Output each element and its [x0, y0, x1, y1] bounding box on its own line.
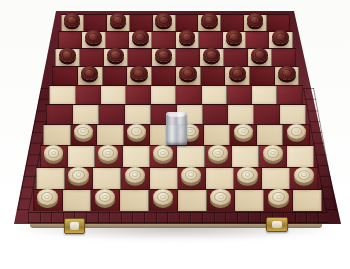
square-r9c3 [93, 168, 121, 189]
light-piece-r9c6 [181, 167, 201, 183]
square-r9c9 [262, 168, 290, 189]
square-r5c9 [252, 86, 277, 104]
square-r1c2 [84, 15, 107, 31]
square-r6c3 [99, 105, 125, 124]
square-r6c4 [125, 105, 151, 124]
square-r6c9 [254, 105, 280, 124]
square-r9c7 [206, 168, 234, 189]
dark-piece-r3c9 [251, 48, 268, 62]
square-r6c7 [203, 105, 229, 124]
board-photo [0, 0, 350, 269]
dark-piece-r3c7 [203, 48, 220, 62]
dark-piece-r4c8 [229, 66, 247, 80]
light-piece-r8c9 [263, 145, 283, 161]
square-r1c8 [221, 15, 244, 31]
dark-piece-r2c6 [179, 30, 196, 44]
light-piece-r8c3 [98, 145, 118, 161]
light-piece-r10c7 [210, 189, 231, 206]
square-r5c7 [202, 86, 227, 104]
square-r2c7 [199, 32, 222, 49]
fold-seam [44, 104, 308, 105]
square-r3c10 [272, 49, 296, 66]
square-r4c9 [250, 67, 275, 85]
dark-piece-r3c1 [59, 48, 76, 62]
square-r4c3 [103, 67, 128, 85]
square-r10c10 [293, 190, 322, 212]
square-r3c2 [80, 49, 104, 66]
square-r7c7 [204, 125, 231, 145]
square-r9c5 [150, 168, 178, 189]
square-r5c3 [101, 86, 126, 104]
square-r1c10 [267, 15, 290, 31]
square-r8c6 [177, 146, 204, 167]
square-r5c8 [227, 86, 252, 104]
light-piece-r7c10 [287, 124, 306, 139]
dark-piece-r1c1 [64, 13, 81, 26]
square-r6c2 [73, 105, 99, 124]
square-r1c4 [130, 15, 153, 31]
dark-piece-r1c7 [201, 13, 218, 26]
square-r6c8 [228, 105, 254, 124]
square-r10c2 [63, 190, 92, 212]
square-r9c1 [36, 168, 65, 189]
square-r5c10 [277, 86, 302, 104]
square-r5c1 [49, 86, 75, 104]
light-piece-r9c4 [125, 167, 145, 183]
square-r5c6 [176, 86, 201, 104]
board-row-5 [49, 85, 302, 104]
light-piece-r7c2 [74, 124, 93, 139]
square-r1c6 [176, 15, 199, 31]
square-r7c1 [43, 125, 71, 145]
dark-piece-r3c5 [155, 48, 172, 62]
square-r6c1 [46, 105, 73, 124]
light-piece-r7c4 [127, 124, 146, 139]
square-r8c8 [232, 146, 259, 167]
light-piece-r7c8 [234, 124, 253, 139]
dark-piece-r2c2 [85, 30, 102, 44]
light-piece-r9c10 [294, 167, 314, 183]
light-piece-r8c5 [153, 145, 173, 161]
dark-piece-r2c8 [226, 30, 243, 44]
square-r2c5 [152, 32, 175, 49]
square-r4c1 [52, 67, 78, 85]
square-r5c4 [126, 86, 151, 104]
right-clasp [266, 217, 288, 232]
dark-piece-r2c10 [272, 30, 289, 44]
square-r4c5 [152, 67, 177, 85]
dark-piece-r2c4 [132, 30, 149, 44]
dark-piece-r1c3 [110, 13, 127, 26]
square-r8c2 [68, 146, 95, 167]
dark-piece-r1c9 [247, 13, 264, 26]
square-r3c8 [224, 49, 248, 66]
square-r3c4 [128, 49, 152, 66]
square-r2c9 [246, 32, 269, 49]
square-r5c2 [76, 86, 101, 104]
light-piece-r9c2 [68, 167, 88, 183]
dark-piece-r4c4 [130, 66, 148, 80]
square-r2c1 [58, 32, 82, 49]
square-r3c6 [176, 49, 200, 66]
light-piece-r10c9 [268, 189, 289, 206]
square-r8c10 [287, 146, 314, 167]
light-piece-r8c1 [44, 145, 64, 161]
square-r6c10 [280, 105, 306, 124]
square-r10c4 [120, 190, 149, 212]
square-r10c6 [178, 190, 207, 212]
square-r7c3 [97, 125, 124, 145]
square-r7c9 [257, 125, 284, 145]
square-r10c8 [235, 190, 264, 212]
square-r4c7 [201, 67, 226, 85]
dark-piece-r3c3 [107, 48, 124, 62]
light-piece-r9c8 [237, 167, 257, 183]
square-r2c3 [106, 32, 129, 49]
dark-piece-r4c10 [278, 66, 296, 80]
light-piece-r10c1 [37, 189, 58, 206]
dark-piece-r4c6 [179, 66, 197, 80]
dark-piece-r4c2 [81, 66, 99, 80]
square-r8c4 [123, 146, 150, 167]
metal-hinge [166, 112, 187, 145]
light-piece-r8c7 [208, 145, 228, 161]
dark-piece-r1c5 [155, 13, 172, 26]
square-r5c5 [151, 86, 176, 104]
left-clasp [64, 218, 85, 234]
